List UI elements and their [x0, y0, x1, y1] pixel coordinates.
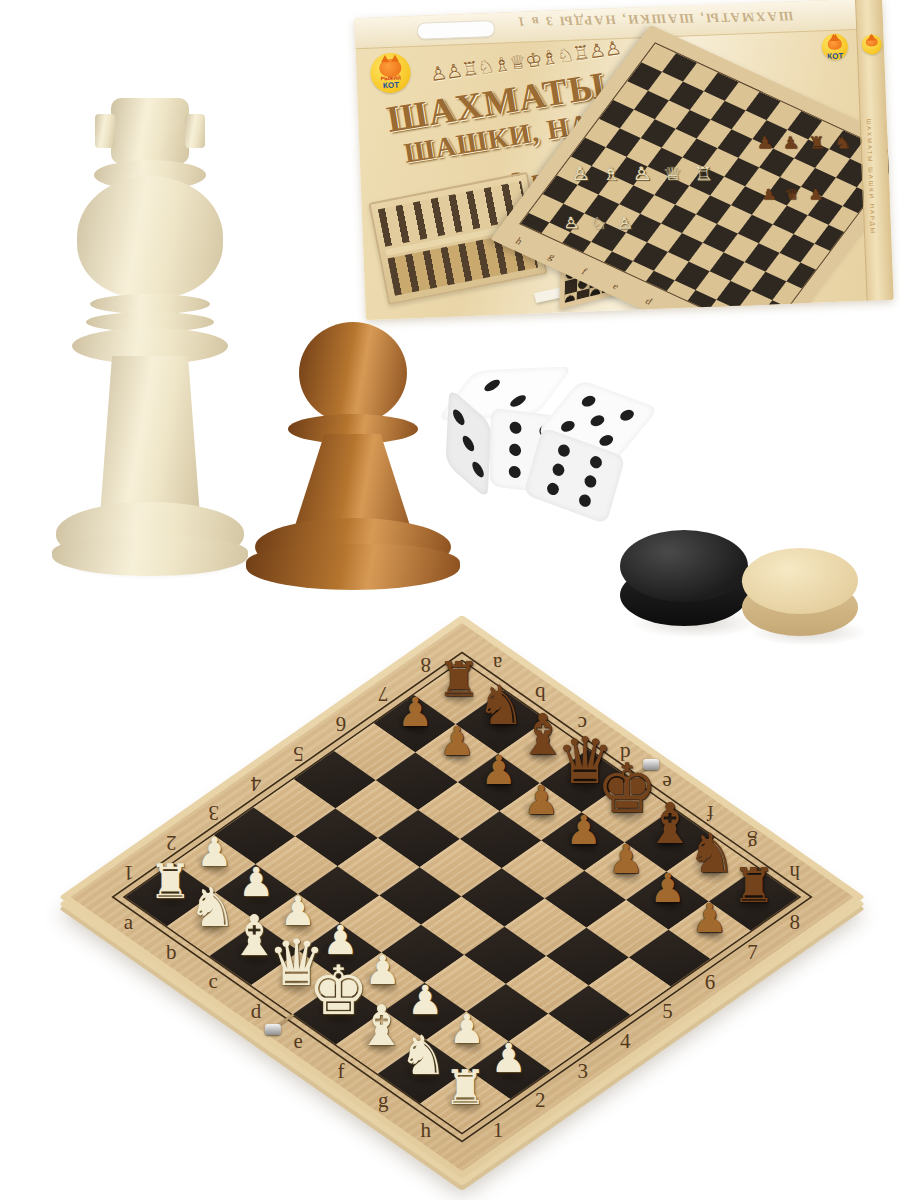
brand-logo: РЫЖИЙ КОТ — [370, 52, 412, 94]
die-pip — [577, 492, 592, 508]
die-pip — [583, 473, 598, 489]
piece-black-pawn-a7: ♟ — [397, 692, 433, 732]
die-pip — [588, 455, 603, 471]
piece-white-rook-a1: ♜ — [149, 857, 192, 905]
piece-white-pawn-g2: ♟ — [449, 1009, 485, 1049]
mini-coord-c: c — [676, 311, 687, 320]
king-bulb — [77, 176, 223, 298]
board-field: ♜♞♝♛♚♝♞♜♟♟♟♟♟♟♟♟♟♟♟♟♟♟♟♟♜♞♝♛♚♝♞♜ — [123, 659, 802, 1134]
piece-black-pawn-h7: ♟ — [692, 898, 728, 938]
mini-white-pieces: ♙ ♗ ♙ ♕ ♖ — [569, 162, 756, 184]
brand-bottom-label: КОТ — [822, 52, 848, 60]
brown-pawn-piece — [235, 322, 470, 572]
die-pip — [551, 462, 566, 478]
king-crown — [111, 98, 189, 164]
chessboard: ♜♞♝♛♚♝♞♜♟♟♟♟♟♟♟♟♟♟♟♟♟♟♟♟♜♞♝♛♚♝♞♜ abcdefg… — [59, 615, 865, 1179]
pawn-base — [246, 544, 460, 590]
die-pip — [617, 408, 636, 422]
piece-white-pawn-c2: ♟ — [280, 891, 316, 931]
cat-icon — [866, 37, 878, 47]
piece-white-knight-g1: ♞ — [399, 1029, 447, 1083]
wood-checker-piece — [742, 548, 858, 640]
die-pip — [558, 420, 577, 434]
pawn-head — [299, 322, 407, 424]
die-pip — [509, 421, 521, 435]
board-clasp-icon — [265, 1024, 281, 1035]
brand-logo-small: КОТ — [821, 33, 848, 60]
board-clasp-ring-icon — [643, 759, 659, 770]
black-checker-piece — [620, 530, 748, 630]
piece-white-pawn-h2: ♟ — [491, 1038, 527, 1078]
die-pip — [462, 432, 474, 454]
piece-black-pawn-e7: ♟ — [565, 810, 601, 850]
piece-white-pawn-e2: ♟ — [365, 950, 401, 990]
king-ring — [90, 294, 210, 314]
die-pip — [596, 434, 615, 448]
piece-white-rook-h1: ♜ — [444, 1063, 487, 1111]
die-pip — [580, 394, 599, 408]
white-king-piece — [45, 98, 255, 578]
mini-white-pieces-2: ♙ ♘ ♙ — [562, 214, 749, 233]
piece-black-pawn-d7: ♟ — [523, 780, 559, 820]
die-pip — [557, 443, 572, 459]
brand-logo-side — [861, 34, 882, 55]
die-pip — [481, 379, 503, 391]
die-pip — [472, 458, 484, 480]
piece-white-pawn-a2: ♟ — [197, 832, 233, 872]
product-box: ШАХМАТЫ, ШАШКИ, НАРДЫ 3 в 1 РЫЖИЙ КОТ КО… — [354, 0, 893, 320]
king-base — [52, 536, 248, 576]
mini-coord-d: d — [643, 296, 654, 307]
piece-black-rook-h8: ♜ — [732, 861, 775, 909]
mini-coord-f: f — [579, 266, 589, 276]
checker-top — [620, 530, 748, 602]
piece-white-pawn-b2: ♟ — [238, 861, 274, 901]
die-pip — [508, 465, 520, 479]
piece-black-knight-g8: ♞ — [687, 827, 735, 881]
checker-top — [742, 548, 858, 614]
box-side-panel: ШАХМАТЫ ШАШКИ НАРДЫ — [855, 0, 894, 301]
mini-coord-e: e — [611, 280, 622, 291]
die-pip — [546, 481, 561, 497]
piece-black-pawn-c7: ♟ — [481, 750, 517, 790]
piece-black-rook-a8: ♜ — [437, 655, 480, 703]
die-pip — [507, 395, 529, 407]
die-pip — [509, 443, 521, 457]
piece-black-pawn-f7: ♟ — [608, 839, 644, 879]
piece-black-pawn-g7: ♟ — [650, 869, 686, 909]
piece-black-pawn-b7: ♟ — [439, 721, 475, 761]
box-side-text: ШАХМАТЫ ШАШКИ НАРДЫ — [866, 118, 876, 235]
mini-coord-h: h — [513, 235, 524, 246]
cat-icon — [827, 37, 842, 50]
brand-bottom-label: КОТ — [371, 81, 411, 91]
piece-white-pawn-f2: ♟ — [407, 980, 443, 1020]
die-pip — [588, 414, 607, 428]
king-column — [100, 356, 200, 516]
mini-coord-g: g — [546, 251, 557, 262]
die-pip — [453, 407, 465, 429]
